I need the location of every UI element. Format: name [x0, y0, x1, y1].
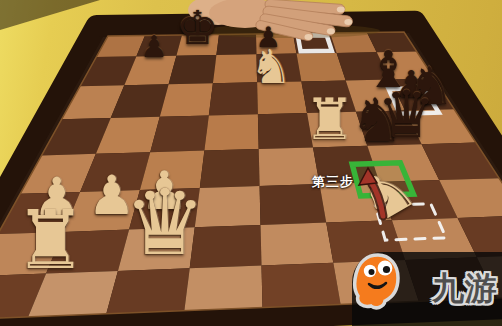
step-label: 第三步 [312, 173, 354, 191]
jiuyou-mascot-icon [352, 252, 404, 314]
piece-black-queen-g4[interactable]: ♛ [377, 82, 435, 147]
square-c7[interactable] [169, 55, 217, 84]
mascot-right-pupil [383, 266, 390, 273]
piece-black-pawn-b7[interactable]: ♟ [141, 32, 168, 62]
square-c6[interactable] [160, 83, 213, 117]
piece-white-knight-e6[interactable]: ♞ [250, 43, 292, 90]
watermark-text: 九游 [432, 267, 498, 311]
square-d4[interactable] [200, 149, 260, 188]
piece-white-queen-c2[interactable]: ♛ [124, 177, 206, 268]
square-d5[interactable] [204, 114, 258, 150]
piece-white-rook-a2[interactable]: ♜ [14, 200, 87, 281]
watermark: 九游 [352, 252, 502, 326]
piece-black-king-c8[interactable]: ♚ [176, 4, 218, 51]
square-e2[interactable] [261, 223, 334, 266]
chess-game-scene: ♚♟♟♞♝♟♜♞♞♛♟♟♟♞♜♛ 第三步 九游 [0, 0, 502, 326]
mascot-body [355, 255, 398, 308]
square-c1[interactable] [106, 268, 189, 314]
mascot-left-pupil [369, 269, 375, 275]
square-e4[interactable] [259, 147, 320, 186]
piece-white-rook-f5[interactable]: ♜ [304, 91, 355, 148]
square-c5[interactable] [150, 116, 209, 153]
square-e1[interactable] [262, 263, 341, 308]
